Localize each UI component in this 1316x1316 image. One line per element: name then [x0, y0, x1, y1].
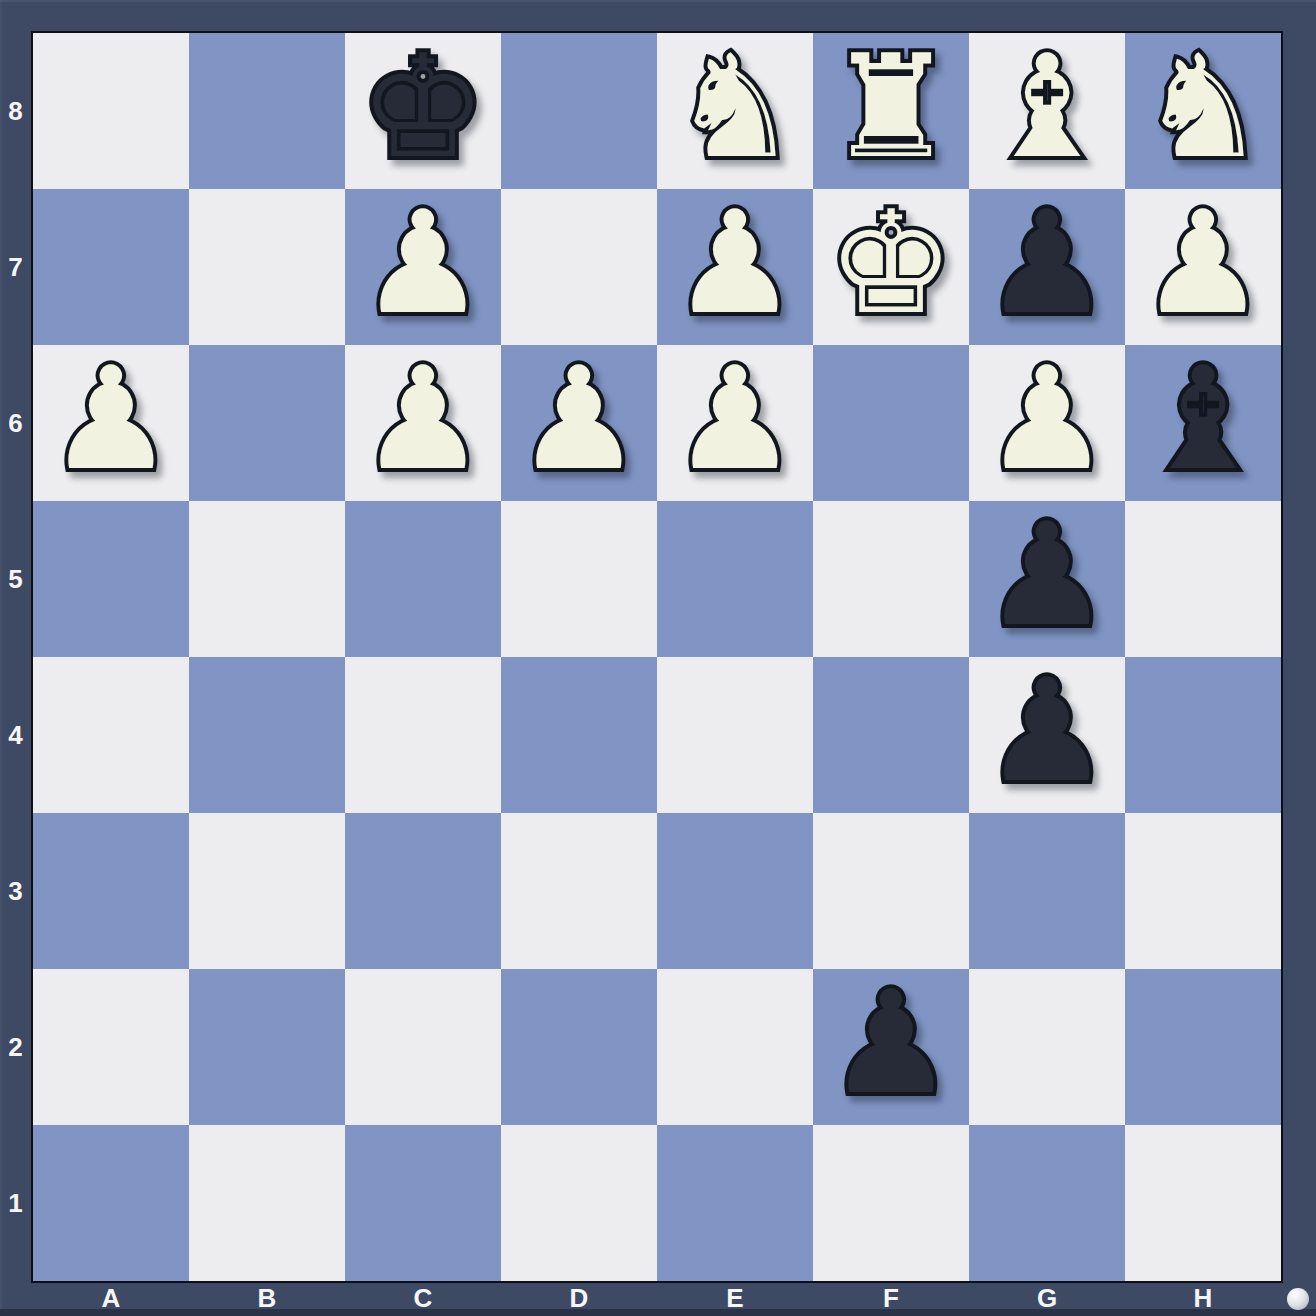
square-a8[interactable]	[33, 33, 189, 189]
square-e3[interactable]	[657, 813, 813, 969]
square-h7[interactable]: ♟	[1125, 189, 1281, 345]
square-f4[interactable]	[813, 657, 969, 813]
square-g3[interactable]	[969, 813, 1125, 969]
file-label-d: D	[501, 1283, 657, 1314]
black-pawn-g7[interactable]: ♟	[983, 192, 1110, 334]
square-e8[interactable]: ♞	[657, 33, 813, 189]
square-a7[interactable]	[33, 189, 189, 345]
white-pawn-h7[interactable]: ♟	[1139, 192, 1266, 334]
square-g2[interactable]	[969, 969, 1125, 1125]
square-g6[interactable]: ♟	[969, 345, 1125, 501]
square-b5[interactable]	[189, 501, 345, 657]
square-f8[interactable]: ♜	[813, 33, 969, 189]
square-b7[interactable]	[189, 189, 345, 345]
square-g4[interactable]: ♟	[969, 657, 1125, 813]
rank-label-4: 4	[0, 657, 31, 813]
square-a1[interactable]	[33, 1125, 189, 1281]
rank-labels: 87654321	[0, 33, 31, 1281]
rank-label-3: 3	[0, 813, 31, 969]
file-label-c: C	[345, 1283, 501, 1314]
square-c7[interactable]: ♟	[345, 189, 501, 345]
white-bishop-g8[interactable]: ♝	[983, 36, 1110, 178]
square-g1[interactable]	[969, 1125, 1125, 1281]
square-d5[interactable]	[501, 501, 657, 657]
white-pawn-d6[interactable]: ♟	[515, 348, 642, 490]
square-b2[interactable]	[189, 969, 345, 1125]
rank-label-7: 7	[0, 189, 31, 345]
black-pawn-g4[interactable]: ♟	[983, 660, 1110, 802]
square-d2[interactable]	[501, 969, 657, 1125]
black-pawn-f2[interactable]: ♟	[827, 972, 954, 1114]
square-f3[interactable]	[813, 813, 969, 969]
white-knight-h8[interactable]: ♞	[1139, 36, 1266, 178]
white-to-move-indicator	[1287, 1288, 1309, 1310]
black-pawn-g5[interactable]: ♟	[983, 504, 1110, 646]
white-knight-e8[interactable]: ♞	[671, 36, 798, 178]
square-c6[interactable]: ♟	[345, 345, 501, 501]
white-pawn-e6[interactable]: ♟	[671, 348, 798, 490]
square-d8[interactable]	[501, 33, 657, 189]
square-c4[interactable]	[345, 657, 501, 813]
black-bishop-h6[interactable]: ♝	[1139, 348, 1266, 490]
white-pawn-c7[interactable]: ♟	[359, 192, 486, 334]
square-h6[interactable]: ♝	[1125, 345, 1281, 501]
square-d4[interactable]	[501, 657, 657, 813]
square-h8[interactable]: ♞	[1125, 33, 1281, 189]
square-e6[interactable]: ♟	[657, 345, 813, 501]
square-a4[interactable]	[33, 657, 189, 813]
square-h1[interactable]	[1125, 1125, 1281, 1281]
square-h4[interactable]	[1125, 657, 1281, 813]
square-c5[interactable]	[345, 501, 501, 657]
square-c3[interactable]	[345, 813, 501, 969]
file-label-g: G	[969, 1283, 1125, 1314]
square-c8[interactable]: ♚	[345, 33, 501, 189]
square-e2[interactable]	[657, 969, 813, 1125]
square-f7[interactable]: ♚	[813, 189, 969, 345]
chess-board: ♚♞♜♝♞♟♟♚♟♟♟♟♟♟♟♝♟♟♟	[31, 31, 1283, 1283]
square-e7[interactable]: ♟	[657, 189, 813, 345]
square-e4[interactable]	[657, 657, 813, 813]
square-a6[interactable]: ♟	[33, 345, 189, 501]
file-label-a: A	[33, 1283, 189, 1314]
square-b8[interactable]	[189, 33, 345, 189]
file-label-f: F	[813, 1283, 969, 1314]
square-e1[interactable]	[657, 1125, 813, 1281]
white-king-f7[interactable]: ♚	[827, 192, 954, 334]
square-b1[interactable]	[189, 1125, 345, 1281]
chess-app: ♚♞♜♝♞♟♟♚♟♟♟♟♟♟♟♝♟♟♟ 87654321 ABCDEFGH	[0, 0, 1316, 1316]
rank-label-5: 5	[0, 501, 31, 657]
square-b3[interactable]	[189, 813, 345, 969]
square-h2[interactable]	[1125, 969, 1281, 1125]
square-b4[interactable]	[189, 657, 345, 813]
white-pawn-e7[interactable]: ♟	[671, 192, 798, 334]
square-f6[interactable]	[813, 345, 969, 501]
file-label-b: B	[189, 1283, 345, 1314]
white-rook-f8[interactable]: ♜	[827, 36, 954, 178]
white-pawn-a6[interactable]: ♟	[47, 348, 174, 490]
square-a3[interactable]	[33, 813, 189, 969]
square-c1[interactable]	[345, 1125, 501, 1281]
square-h5[interactable]	[1125, 501, 1281, 657]
square-f2[interactable]: ♟	[813, 969, 969, 1125]
square-g8[interactable]: ♝	[969, 33, 1125, 189]
square-b6[interactable]	[189, 345, 345, 501]
square-e5[interactable]	[657, 501, 813, 657]
square-d6[interactable]: ♟	[501, 345, 657, 501]
rank-label-1: 1	[0, 1125, 31, 1281]
rank-label-6: 6	[0, 345, 31, 501]
file-labels: ABCDEFGH	[33, 1283, 1281, 1311]
square-f5[interactable]	[813, 501, 969, 657]
square-c2[interactable]	[345, 969, 501, 1125]
white-pawn-g6[interactable]: ♟	[983, 348, 1110, 490]
file-label-e: E	[657, 1283, 813, 1314]
square-a2[interactable]	[33, 969, 189, 1125]
square-d1[interactable]	[501, 1125, 657, 1281]
square-a5[interactable]	[33, 501, 189, 657]
square-d3[interactable]	[501, 813, 657, 969]
square-g7[interactable]: ♟	[969, 189, 1125, 345]
rank-label-8: 8	[0, 33, 31, 189]
square-f1[interactable]	[813, 1125, 969, 1281]
white-pawn-c6[interactable]: ♟	[359, 348, 486, 490]
square-g5[interactable]: ♟	[969, 501, 1125, 657]
rank-label-2: 2	[0, 969, 31, 1125]
black-king-c8[interactable]: ♚	[359, 36, 486, 178]
file-label-h: H	[1125, 1283, 1281, 1314]
square-h3[interactable]	[1125, 813, 1281, 969]
square-d7[interactable]	[501, 189, 657, 345]
